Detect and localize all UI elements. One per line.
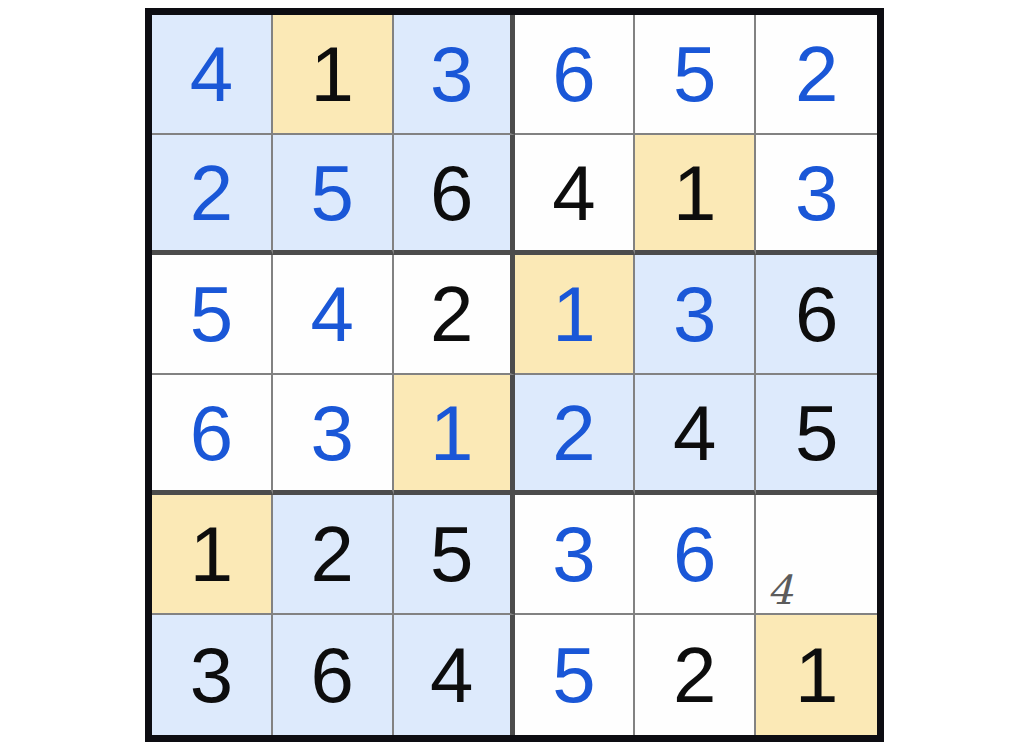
cell-value: 1 — [673, 154, 716, 232]
cell-value: 1 — [430, 394, 473, 472]
cell-r6c2[interactable]: 6 — [273, 615, 394, 735]
cell-value: 5 — [552, 636, 595, 714]
cell-value: 6 — [673, 515, 716, 593]
cell-value: 4 — [673, 394, 716, 472]
cell-r6c1[interactable]: 3 — [152, 615, 273, 735]
cell-r4c4[interactable]: 2 — [515, 375, 636, 495]
cell-r4c3[interactable]: 1 — [394, 375, 515, 495]
cell-value: 6 — [795, 275, 838, 353]
cell-r3c5[interactable]: 3 — [635, 255, 756, 375]
cell-value: 6 — [430, 154, 473, 232]
cell-value: 5 — [430, 515, 473, 593]
cell-value: 2 — [190, 154, 233, 232]
cell-value: 6 — [552, 35, 595, 113]
cell-r1c6[interactable]: 2 — [756, 15, 877, 135]
cell-value: 1 — [552, 275, 595, 353]
sudoku-board: 413652256413542136631245125364364521 — [145, 8, 884, 742]
cell-value: 5 — [190, 275, 233, 353]
cell-r5c5[interactable]: 6 — [635, 495, 756, 615]
cell-value: 5 — [311, 154, 354, 232]
cell-value: 4 — [430, 636, 473, 714]
cell-r6c6[interactable]: 1 — [756, 615, 877, 735]
cell-r1c3[interactable]: 3 — [394, 15, 515, 135]
cell-r4c5[interactable]: 4 — [635, 375, 756, 495]
cell-r5c6[interactable]: 4 — [756, 495, 877, 615]
cell-value: 5 — [795, 394, 838, 472]
cell-r3c3[interactable]: 2 — [394, 255, 515, 375]
cell-value: 4 — [311, 275, 354, 353]
cell-r4c1[interactable]: 6 — [152, 375, 273, 495]
cell-value: 3 — [552, 515, 595, 593]
cell-value: 2 — [311, 515, 354, 593]
cell-r6c4[interactable]: 5 — [515, 615, 636, 735]
cell-r5c2[interactable]: 2 — [273, 495, 394, 615]
cell-r1c1[interactable]: 4 — [152, 15, 273, 135]
cell-r2c4[interactable]: 4 — [515, 135, 636, 255]
cell-r2c3[interactable]: 6 — [394, 135, 515, 255]
cell-r5c4[interactable]: 3 — [515, 495, 636, 615]
cell-r1c5[interactable]: 5 — [635, 15, 756, 135]
cell-r4c2[interactable]: 3 — [273, 375, 394, 495]
cell-r2c2[interactable]: 5 — [273, 135, 394, 255]
cell-r2c6[interactable]: 3 — [756, 135, 877, 255]
cell-value: 3 — [190, 636, 233, 714]
cell-value: 1 — [190, 515, 233, 593]
cell-value: 3 — [430, 35, 473, 113]
cell-r3c2[interactable]: 4 — [273, 255, 394, 375]
cell-value: 2 — [552, 394, 595, 472]
cell-r4c6[interactable]: 5 — [756, 375, 877, 495]
cell-value: 4 — [552, 154, 595, 232]
cell-value: 6 — [190, 394, 233, 472]
cell-value: 2 — [430, 275, 473, 353]
cell-r2c1[interactable]: 2 — [152, 135, 273, 255]
cell-r2c5[interactable]: 1 — [635, 135, 756, 255]
cell-r1c4[interactable]: 6 — [515, 15, 636, 135]
cell-r5c3[interactable]: 5 — [394, 495, 515, 615]
cell-r3c1[interactable]: 5 — [152, 255, 273, 375]
sudoku-grid: 413652256413542136631245125364364521 — [152, 15, 877, 735]
cell-r3c6[interactable]: 6 — [756, 255, 877, 375]
cell-value: 3 — [795, 154, 838, 232]
cell-r6c3[interactable]: 4 — [394, 615, 515, 735]
cell-value: 3 — [673, 275, 716, 353]
cell-value: 5 — [673, 35, 716, 113]
cell-value: 1 — [311, 35, 354, 113]
cell-r1c2[interactable]: 1 — [273, 15, 394, 135]
cell-r5c1[interactable]: 1 — [152, 495, 273, 615]
pencil-mark: 4 — [767, 570, 792, 610]
cell-r6c5[interactable]: 2 — [635, 615, 756, 735]
cell-value: 3 — [311, 394, 354, 472]
cell-value: 4 — [190, 35, 233, 113]
cell-value: 2 — [795, 35, 838, 113]
cell-r3c4[interactable]: 1 — [515, 255, 636, 375]
cell-value: 2 — [673, 636, 716, 714]
cell-value: 1 — [795, 636, 838, 714]
cell-value: 6 — [311, 636, 354, 714]
